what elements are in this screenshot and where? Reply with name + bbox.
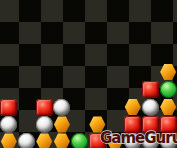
game-board: GameGuru [0,0,177,148]
orange-gem[interactable] [124,99,141,116]
white-gem[interactable] [0,116,17,133]
white-gem[interactable] [53,99,70,116]
red-gem[interactable] [0,99,17,116]
orange-gem[interactable] [0,133,17,148]
white-gem[interactable] [36,116,53,133]
orange-gem[interactable] [53,116,70,133]
orange-gem[interactable] [53,133,70,148]
orange-gem[interactable] [160,99,177,116]
red-gem[interactable] [142,81,159,98]
white-gem[interactable] [142,99,159,116]
green-gem[interactable] [160,81,177,98]
watermark: GameGuru [100,129,177,147]
orange-gem[interactable] [36,133,53,148]
orange-gem[interactable] [160,64,177,81]
white-gem[interactable] [18,133,35,148]
green-gem[interactable] [71,133,88,148]
red-gem[interactable] [36,99,53,116]
